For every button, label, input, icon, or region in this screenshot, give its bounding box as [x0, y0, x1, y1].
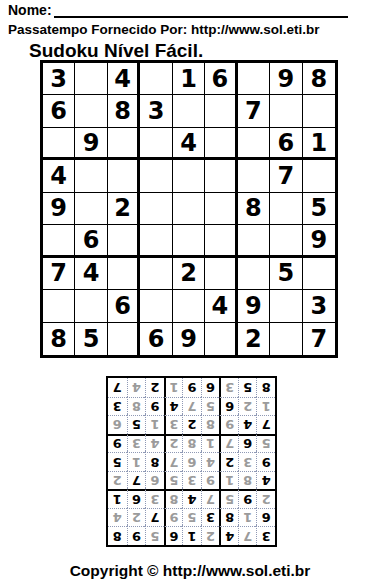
- solution-cell-r8c1: 1: [256, 397, 275, 416]
- puzzle-cell-r9c9: 7: [303, 323, 335, 355]
- solution-cell-r3c7: 3: [145, 489, 164, 508]
- solution-cell-r6c6: 2: [164, 434, 183, 453]
- puzzle-cell-r9c2: 5: [75, 323, 107, 355]
- solution-cell-r5c9: 5: [108, 452, 127, 471]
- puzzle-cell-r6c2: 6: [75, 225, 107, 257]
- solution-cell-r7c5: 2: [182, 415, 201, 434]
- solution-cell-r2c8: 2: [127, 508, 146, 527]
- solution-cell-r7c1: 7: [256, 415, 275, 434]
- puzzle-cell-r1c4: [140, 63, 172, 95]
- puzzle-cell-r2c3: 8: [108, 95, 140, 127]
- puzzle-cell-r4c8: 7: [270, 160, 302, 192]
- puzzle-cell-r6c4: [140, 225, 172, 257]
- puzzle-cell-r8c8: [270, 290, 302, 322]
- solution-cell-r8c7: 9: [145, 397, 164, 416]
- solution-cell-r3c2: 9: [238, 489, 257, 508]
- solution-cell-r6c7: 4: [145, 434, 164, 453]
- solution-cell-r7c6: 3: [164, 415, 183, 434]
- puzzle-cell-r8c4: [140, 290, 172, 322]
- solution-cell-r3c4: 7: [201, 489, 220, 508]
- puzzle-cell-r5c4: [140, 193, 172, 225]
- solution-cell-r2c2: 1: [238, 508, 257, 527]
- solution-cell-r1c7: 5: [145, 526, 164, 545]
- puzzle-cell-r7c2: 4: [75, 258, 107, 290]
- puzzle-cell-r2c1: 6: [43, 95, 75, 127]
- puzzle-cell-r4c1: 4: [43, 160, 75, 192]
- puzzle-cell-r9c5: 9: [173, 323, 205, 355]
- puzzle-cell-r1c2: [75, 63, 107, 95]
- solution-cell-r5c3: 2: [219, 452, 238, 471]
- puzzle-cell-r3c8: 6: [270, 128, 302, 160]
- solution-cell-r8c4: 5: [201, 397, 220, 416]
- solution-cell-r1c6: 6: [164, 526, 183, 545]
- puzzle-cell-r2c8: [270, 95, 302, 127]
- puzzle-cell-r9c8: [270, 323, 302, 355]
- solution-cell-r1c2: 7: [238, 526, 257, 545]
- puzzle-cell-r6c6: [205, 225, 237, 257]
- puzzle-cell-r4c7: [238, 160, 270, 192]
- puzzle-cell-r4c4: [140, 160, 172, 192]
- solution-cell-r2c7: 7: [145, 508, 164, 527]
- solution-cell-r9c9: 7: [108, 378, 127, 397]
- puzzle-cell-r5c1: 9: [43, 193, 75, 225]
- solution-cell-r8c8: 8: [127, 397, 146, 416]
- puzzle-cell-r2c9: [303, 95, 335, 127]
- provided-by-text: Passatempo Fornecido Por: http://www.sol…: [8, 22, 376, 37]
- puzzle-cell-r4c9: [303, 160, 335, 192]
- puzzle-cell-r8c9: 3: [303, 290, 335, 322]
- puzzle-cell-r8c1: [43, 290, 75, 322]
- puzzle-cell-r8c7: 9: [238, 290, 270, 322]
- puzzle-cell-r4c2: [75, 160, 107, 192]
- puzzle-cell-r1c8: 9: [270, 63, 302, 95]
- solution-cell-r5c7: 8: [145, 452, 164, 471]
- solution-cell-r9c2: 5: [238, 378, 257, 397]
- solution-cell-r9c8: 4: [127, 378, 146, 397]
- puzzle-cell-r9c6: [205, 323, 237, 355]
- solution-cell-r5c4: 4: [201, 452, 220, 471]
- solution-cell-r3c8: 6: [127, 489, 146, 508]
- header: Nome: Passatempo Fornecido Por: http://w…: [8, 3, 376, 62]
- solution-cell-r7c4: 8: [201, 415, 220, 434]
- puzzle-cell-r3c7: [238, 128, 270, 160]
- puzzle-cell-r1c1: 3: [43, 63, 75, 95]
- puzzle-cell-r1c6: 6: [205, 63, 237, 95]
- puzzle-cell-r5c3: 2: [108, 193, 140, 225]
- solution-cell-r7c9: 6: [108, 415, 127, 434]
- solution-cell-r9c7: 2: [145, 378, 164, 397]
- solution-cell-r4c7: 6: [145, 471, 164, 490]
- puzzle-cell-r2c5: [173, 95, 205, 127]
- puzzle-cell-r6c8: [270, 225, 302, 257]
- name-fill-line: [54, 4, 348, 18]
- solution-cell-r8c2: 2: [238, 397, 257, 416]
- puzzle-cell-r7c7: [238, 258, 270, 290]
- puzzle-cell-r7c1: 7: [43, 258, 75, 290]
- solution-cell-r6c1: 5: [256, 434, 275, 453]
- solution-cell-r9c1: 8: [256, 378, 275, 397]
- puzzle-cell-r9c7: 2: [238, 323, 270, 355]
- puzzle-cell-r6c5: [173, 225, 205, 257]
- solution-cell-r6c2: 6: [238, 434, 257, 453]
- solution-cell-r3c1: 2: [256, 489, 275, 508]
- puzzle-cell-r6c1: [43, 225, 75, 257]
- solution-cell-r8c6: 4: [164, 397, 183, 416]
- solution-cell-r5c8: 1: [127, 452, 146, 471]
- puzzle-cell-r5c2: [75, 193, 107, 225]
- solution-cell-r7c2: 4: [238, 415, 257, 434]
- puzzle-cell-r2c6: [205, 95, 237, 127]
- puzzle-cell-r3c4: [140, 128, 172, 160]
- solution-cell-r6c3: 7: [219, 434, 238, 453]
- puzzle-cell-r5c9: 5: [303, 193, 335, 225]
- puzzle-cell-r6c3: [108, 225, 140, 257]
- solution-cell-r8c9: 3: [108, 397, 127, 416]
- solution-cell-r7c8: 5: [127, 415, 146, 434]
- puzzle-cell-r6c9: 9: [303, 225, 335, 257]
- solution-cell-r1c4: 2: [201, 526, 220, 545]
- puzzle-cell-r5c5: [173, 193, 205, 225]
- solution-cell-r7c7: 1: [145, 415, 164, 434]
- solution-cell-r9c6: 1: [164, 378, 183, 397]
- solution-cell-r8c3: 6: [219, 397, 238, 416]
- puzzle-cell-r7c9: [303, 258, 335, 290]
- solution-cell-r9c5: 9: [182, 378, 201, 397]
- puzzle-cell-r8c2: [75, 290, 107, 322]
- puzzle-cell-r4c3: [108, 160, 140, 192]
- puzzle-cell-r1c5: 1: [173, 63, 205, 95]
- puzzle-cell-r8c6: 4: [205, 290, 237, 322]
- solution-cell-r4c8: 7: [127, 471, 146, 490]
- puzzle-cell-r3c9: 1: [303, 128, 335, 160]
- puzzle-cell-r8c5: [173, 290, 205, 322]
- puzzle-cell-r2c2: [75, 95, 107, 127]
- solution-cell-r6c9: 9: [108, 434, 127, 453]
- solution-cell-r1c5: 1: [182, 526, 201, 545]
- puzzle-cell-r9c1: 8: [43, 323, 75, 355]
- puzzle-cell-r4c5: [173, 160, 205, 192]
- solution-cell-r2c5: 5: [182, 508, 201, 527]
- solution-cell-r2c6: 9: [164, 508, 183, 527]
- puzzle-cell-r1c9: 8: [303, 63, 335, 95]
- solution-cell-r3c9: 1: [108, 489, 127, 508]
- puzzle-cell-r9c4: 6: [140, 323, 172, 355]
- solution-cell-r4c4: 9: [201, 471, 220, 490]
- solution-cell-r1c3: 4: [219, 526, 238, 545]
- solution-cell-r1c8: 9: [127, 526, 146, 545]
- sudoku-solution-grid: 3742165986183597242957483614819356729324…: [106, 376, 277, 547]
- solution-cell-r3c3: 5: [219, 489, 238, 508]
- solution-cell-r8c5: 7: [182, 397, 201, 416]
- sudoku-puzzle-grid: 341698683794614792856974256493856927: [40, 60, 338, 358]
- puzzle-cell-r5c8: [270, 193, 302, 225]
- solution-cell-r2c1: 6: [256, 508, 275, 527]
- solution-cell-r5c5: 6: [182, 452, 201, 471]
- name-label: Nome:: [8, 3, 52, 18]
- puzzle-cell-r1c3: 4: [108, 63, 140, 95]
- solution-cell-r3c6: 8: [164, 489, 183, 508]
- puzzle-cell-r8c3: 6: [108, 290, 140, 322]
- solution-cell-r3c5: 4: [182, 489, 201, 508]
- puzzle-cell-r7c6: [205, 258, 237, 290]
- solution-cell-r4c3: 1: [219, 471, 238, 490]
- name-row: Nome:: [8, 3, 376, 18]
- solution-cell-r5c2: 3: [238, 452, 257, 471]
- solution-cell-r9c4: 6: [201, 378, 220, 397]
- solution-cell-r5c1: 9: [256, 452, 275, 471]
- puzzle-cell-r7c5: 2: [173, 258, 205, 290]
- puzzle-cell-r1c7: [238, 63, 270, 95]
- puzzle-cell-r3c2: 9: [75, 128, 107, 160]
- puzzle-cell-r7c8: 5: [270, 258, 302, 290]
- puzzle-cell-r2c4: 3: [140, 95, 172, 127]
- solution-cell-r9c3: 3: [219, 378, 238, 397]
- solution-cell-r2c9: 4: [108, 508, 127, 527]
- solution-cell-r4c2: 8: [238, 471, 257, 490]
- solution-cell-r4c5: 3: [182, 471, 201, 490]
- solution-cell-r6c4: 1: [201, 434, 220, 453]
- solution-cell-r6c8: 3: [127, 434, 146, 453]
- solution-cell-r4c9: 2: [108, 471, 127, 490]
- solution-cell-r2c4: 3: [201, 508, 220, 527]
- copyright-text: Copyright © http://www.sol.eti.br: [0, 562, 380, 580]
- solution-cell-r5c6: 7: [164, 452, 183, 471]
- puzzle-cell-r3c6: [205, 128, 237, 160]
- puzzle-cell-r5c7: 8: [238, 193, 270, 225]
- puzzle-cell-r7c3: [108, 258, 140, 290]
- solution-cell-r2c3: 8: [219, 508, 238, 527]
- solution-cell-r6c5: 8: [182, 434, 201, 453]
- solution-cell-r4c6: 5: [164, 471, 183, 490]
- puzzle-cell-r5c6: [205, 193, 237, 225]
- solution-cell-r1c9: 8: [108, 526, 127, 545]
- puzzle-cell-r7c4: [140, 258, 172, 290]
- puzzle-cell-r2c7: 7: [238, 95, 270, 127]
- puzzle-cell-r4c6: [205, 160, 237, 192]
- page-title: Sudoku Nível Fácil.: [29, 40, 376, 62]
- puzzle-cell-r6c7: [238, 225, 270, 257]
- puzzle-cell-r3c3: [108, 128, 140, 160]
- solution-cell-r1c1: 3: [256, 526, 275, 545]
- puzzle-cell-r3c1: [43, 128, 75, 160]
- puzzle-cell-r9c3: [108, 323, 140, 355]
- solution-cell-r4c1: 4: [256, 471, 275, 490]
- puzzle-cell-r3c5: 4: [173, 128, 205, 160]
- solution-cell-r7c3: 9: [219, 415, 238, 434]
